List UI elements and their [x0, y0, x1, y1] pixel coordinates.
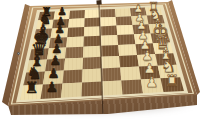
- piece-black-rook: ♜: [25, 80, 39, 96]
- clasp-icon: [17, 52, 20, 55]
- piece-black-pawn: ♟: [45, 80, 58, 94]
- piece-white-rook: ♜: [165, 72, 179, 88]
- chessboard-photo: ♜♟♟♜♞♟♟♞♝♟♟♝♚♟♟♚♛♟♟♛♝♟♟♝♞♟♟♞♜♟♟♜: [0, 0, 200, 120]
- piece-white-pawn: ♟: [146, 75, 159, 89]
